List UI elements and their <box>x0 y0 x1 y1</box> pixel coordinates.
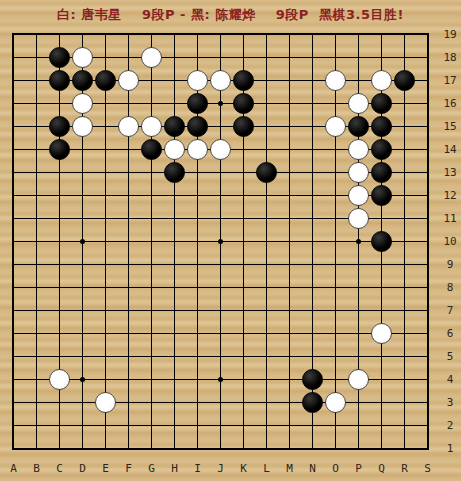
intersection-D9[interactable] <box>71 253 94 276</box>
intersection-P18[interactable] <box>347 46 370 69</box>
intersection-S4[interactable] <box>416 368 439 391</box>
intersection-D16[interactable] <box>71 92 94 115</box>
intersection-A8[interactable] <box>2 276 25 299</box>
intersection-E13[interactable] <box>94 161 117 184</box>
intersection-N10[interactable] <box>301 230 324 253</box>
intersection-B3[interactable] <box>25 391 48 414</box>
intersection-E4[interactable] <box>94 368 117 391</box>
intersection-P9[interactable] <box>347 253 370 276</box>
intersection-G5[interactable] <box>140 345 163 368</box>
intersection-Q14[interactable] <box>370 138 393 161</box>
intersection-L12[interactable] <box>255 184 278 207</box>
intersection-P12[interactable] <box>347 184 370 207</box>
intersection-H6[interactable] <box>163 322 186 345</box>
intersection-N1[interactable] <box>301 437 324 460</box>
intersection-D13[interactable] <box>71 161 94 184</box>
intersection-K17[interactable] <box>232 69 255 92</box>
intersection-R13[interactable] <box>393 161 416 184</box>
intersection-P4[interactable] <box>347 368 370 391</box>
intersection-B10[interactable] <box>25 230 48 253</box>
intersection-G3[interactable] <box>140 391 163 414</box>
intersection-F17[interactable] <box>117 69 140 92</box>
intersection-G6[interactable] <box>140 322 163 345</box>
intersection-D1[interactable] <box>71 437 94 460</box>
intersection-C4[interactable] <box>48 368 71 391</box>
intersection-R14[interactable] <box>393 138 416 161</box>
intersection-K6[interactable] <box>232 322 255 345</box>
intersection-S6[interactable] <box>416 322 439 345</box>
intersection-H16[interactable] <box>163 92 186 115</box>
intersection-R3[interactable] <box>393 391 416 414</box>
intersection-I12[interactable] <box>186 184 209 207</box>
intersection-G13[interactable] <box>140 161 163 184</box>
intersection-Q19[interactable] <box>370 23 393 46</box>
intersection-I18[interactable] <box>186 46 209 69</box>
intersection-I10[interactable] <box>186 230 209 253</box>
intersection-P1[interactable] <box>347 437 370 460</box>
intersection-H9[interactable] <box>163 253 186 276</box>
intersection-K3[interactable] <box>232 391 255 414</box>
intersection-L3[interactable] <box>255 391 278 414</box>
intersection-E8[interactable] <box>94 276 117 299</box>
intersection-Q18[interactable] <box>370 46 393 69</box>
intersection-Q15[interactable] <box>370 115 393 138</box>
intersection-S14[interactable] <box>416 138 439 161</box>
intersection-P5[interactable] <box>347 345 370 368</box>
intersection-S15[interactable] <box>416 115 439 138</box>
intersection-J14[interactable] <box>209 138 232 161</box>
intersection-A6[interactable] <box>2 322 25 345</box>
intersection-P13[interactable] <box>347 161 370 184</box>
intersection-I9[interactable] <box>186 253 209 276</box>
intersection-F15[interactable] <box>117 115 140 138</box>
intersection-O3[interactable] <box>324 391 347 414</box>
intersection-H11[interactable] <box>163 207 186 230</box>
intersection-N9[interactable] <box>301 253 324 276</box>
intersection-J1[interactable] <box>209 437 232 460</box>
intersection-S5[interactable] <box>416 345 439 368</box>
intersection-H3[interactable] <box>163 391 186 414</box>
intersection-O17[interactable] <box>324 69 347 92</box>
intersection-Q1[interactable] <box>370 437 393 460</box>
intersection-S19[interactable] <box>416 23 439 46</box>
intersection-M18[interactable] <box>278 46 301 69</box>
intersection-B17[interactable] <box>25 69 48 92</box>
intersection-J6[interactable] <box>209 322 232 345</box>
intersection-F7[interactable] <box>117 299 140 322</box>
intersection-E11[interactable] <box>94 207 117 230</box>
intersection-L4[interactable] <box>255 368 278 391</box>
intersection-R1[interactable] <box>393 437 416 460</box>
intersection-B6[interactable] <box>25 322 48 345</box>
intersection-D15[interactable] <box>71 115 94 138</box>
intersection-B18[interactable] <box>25 46 48 69</box>
intersection-K11[interactable] <box>232 207 255 230</box>
intersection-E6[interactable] <box>94 322 117 345</box>
intersection-F9[interactable] <box>117 253 140 276</box>
intersection-F5[interactable] <box>117 345 140 368</box>
intersection-S2[interactable] <box>416 414 439 437</box>
intersection-C11[interactable] <box>48 207 71 230</box>
intersection-A18[interactable] <box>2 46 25 69</box>
intersection-S8[interactable] <box>416 276 439 299</box>
intersection-K14[interactable] <box>232 138 255 161</box>
intersection-L17[interactable] <box>255 69 278 92</box>
intersection-D12[interactable] <box>71 184 94 207</box>
intersection-D19[interactable] <box>71 23 94 46</box>
intersection-K2[interactable] <box>232 414 255 437</box>
intersection-M19[interactable] <box>278 23 301 46</box>
intersection-C19[interactable] <box>48 23 71 46</box>
intersection-B16[interactable] <box>25 92 48 115</box>
intersection-Q10[interactable] <box>370 230 393 253</box>
intersection-J7[interactable] <box>209 299 232 322</box>
intersection-F11[interactable] <box>117 207 140 230</box>
intersection-G10[interactable] <box>140 230 163 253</box>
intersection-N7[interactable] <box>301 299 324 322</box>
intersection-L18[interactable] <box>255 46 278 69</box>
intersection-F8[interactable] <box>117 276 140 299</box>
intersection-L9[interactable] <box>255 253 278 276</box>
intersection-I14[interactable] <box>186 138 209 161</box>
intersection-H18[interactable] <box>163 46 186 69</box>
intersection-D17[interactable] <box>71 69 94 92</box>
intersection-J13[interactable] <box>209 161 232 184</box>
intersection-M8[interactable] <box>278 276 301 299</box>
intersection-F19[interactable] <box>117 23 140 46</box>
intersection-S11[interactable] <box>416 207 439 230</box>
intersection-O12[interactable] <box>324 184 347 207</box>
intersection-J2[interactable] <box>209 414 232 437</box>
intersection-B5[interactable] <box>25 345 48 368</box>
intersection-J12[interactable] <box>209 184 232 207</box>
intersection-E1[interactable] <box>94 437 117 460</box>
intersection-L8[interactable] <box>255 276 278 299</box>
intersection-I17[interactable] <box>186 69 209 92</box>
intersection-G8[interactable] <box>140 276 163 299</box>
intersection-C15[interactable] <box>48 115 71 138</box>
intersection-G9[interactable] <box>140 253 163 276</box>
intersection-A14[interactable] <box>2 138 25 161</box>
intersection-A15[interactable] <box>2 115 25 138</box>
intersection-L16[interactable] <box>255 92 278 115</box>
intersection-A2[interactable] <box>2 414 25 437</box>
intersection-H10[interactable] <box>163 230 186 253</box>
intersection-E19[interactable] <box>94 23 117 46</box>
intersection-S7[interactable] <box>416 299 439 322</box>
intersection-Q9[interactable] <box>370 253 393 276</box>
intersection-L14[interactable] <box>255 138 278 161</box>
intersection-N6[interactable] <box>301 322 324 345</box>
intersection-M14[interactable] <box>278 138 301 161</box>
intersection-K5[interactable] <box>232 345 255 368</box>
intersection-K19[interactable] <box>232 23 255 46</box>
intersection-H4[interactable] <box>163 368 186 391</box>
intersection-K1[interactable] <box>232 437 255 460</box>
intersection-N8[interactable] <box>301 276 324 299</box>
intersection-B9[interactable] <box>25 253 48 276</box>
intersection-O16[interactable] <box>324 92 347 115</box>
intersection-N2[interactable] <box>301 414 324 437</box>
intersection-D18[interactable] <box>71 46 94 69</box>
intersection-D7[interactable] <box>71 299 94 322</box>
intersection-C3[interactable] <box>48 391 71 414</box>
intersection-R16[interactable] <box>393 92 416 115</box>
intersection-O9[interactable] <box>324 253 347 276</box>
intersection-M16[interactable] <box>278 92 301 115</box>
intersection-F13[interactable] <box>117 161 140 184</box>
intersection-G15[interactable] <box>140 115 163 138</box>
intersection-E12[interactable] <box>94 184 117 207</box>
intersection-D14[interactable] <box>71 138 94 161</box>
intersection-S18[interactable] <box>416 46 439 69</box>
intersection-L1[interactable] <box>255 437 278 460</box>
intersection-A17[interactable] <box>2 69 25 92</box>
intersection-R10[interactable] <box>393 230 416 253</box>
intersection-N13[interactable] <box>301 161 324 184</box>
intersection-O11[interactable] <box>324 207 347 230</box>
intersection-N17[interactable] <box>301 69 324 92</box>
intersection-S9[interactable] <box>416 253 439 276</box>
intersection-G11[interactable] <box>140 207 163 230</box>
intersection-K16[interactable] <box>232 92 255 115</box>
intersection-E5[interactable] <box>94 345 117 368</box>
intersection-R12[interactable] <box>393 184 416 207</box>
intersection-F12[interactable] <box>117 184 140 207</box>
intersection-P11[interactable] <box>347 207 370 230</box>
intersection-L13[interactable] <box>255 161 278 184</box>
intersection-H19[interactable] <box>163 23 186 46</box>
intersection-B4[interactable] <box>25 368 48 391</box>
intersection-N16[interactable] <box>301 92 324 115</box>
intersection-B14[interactable] <box>25 138 48 161</box>
intersection-P14[interactable] <box>347 138 370 161</box>
intersection-S16[interactable] <box>416 92 439 115</box>
intersection-O1[interactable] <box>324 437 347 460</box>
intersection-L5[interactable] <box>255 345 278 368</box>
intersection-O2[interactable] <box>324 414 347 437</box>
intersection-B12[interactable] <box>25 184 48 207</box>
intersection-R8[interactable] <box>393 276 416 299</box>
intersection-F2[interactable] <box>117 414 140 437</box>
intersection-R19[interactable] <box>393 23 416 46</box>
intersection-P15[interactable] <box>347 115 370 138</box>
intersection-O19[interactable] <box>324 23 347 46</box>
intersection-H15[interactable] <box>163 115 186 138</box>
intersection-I19[interactable] <box>186 23 209 46</box>
intersection-H14[interactable] <box>163 138 186 161</box>
intersection-G12[interactable] <box>140 184 163 207</box>
intersection-L7[interactable] <box>255 299 278 322</box>
intersection-B8[interactable] <box>25 276 48 299</box>
intersection-N11[interactable] <box>301 207 324 230</box>
intersection-E3[interactable] <box>94 391 117 414</box>
intersection-I15[interactable] <box>186 115 209 138</box>
intersection-F10[interactable] <box>117 230 140 253</box>
intersection-Q12[interactable] <box>370 184 393 207</box>
intersection-F6[interactable] <box>117 322 140 345</box>
intersection-O15[interactable] <box>324 115 347 138</box>
intersection-M1[interactable] <box>278 437 301 460</box>
intersection-F1[interactable] <box>117 437 140 460</box>
intersection-H2[interactable] <box>163 414 186 437</box>
intersection-A7[interactable] <box>2 299 25 322</box>
intersection-C13[interactable] <box>48 161 71 184</box>
intersection-I2[interactable] <box>186 414 209 437</box>
intersection-C18[interactable] <box>48 46 71 69</box>
intersection-A10[interactable] <box>2 230 25 253</box>
intersection-I4[interactable] <box>186 368 209 391</box>
intersection-H17[interactable] <box>163 69 186 92</box>
intersection-R9[interactable] <box>393 253 416 276</box>
intersection-I1[interactable] <box>186 437 209 460</box>
intersection-N4[interactable] <box>301 368 324 391</box>
intersection-Q2[interactable] <box>370 414 393 437</box>
intersection-N14[interactable] <box>301 138 324 161</box>
intersection-O13[interactable] <box>324 161 347 184</box>
intersection-K13[interactable] <box>232 161 255 184</box>
intersection-E15[interactable] <box>94 115 117 138</box>
intersection-L2[interactable] <box>255 414 278 437</box>
intersection-L15[interactable] <box>255 115 278 138</box>
intersection-B1[interactable] <box>25 437 48 460</box>
intersection-B19[interactable] <box>25 23 48 46</box>
intersection-O5[interactable] <box>324 345 347 368</box>
intersection-I8[interactable] <box>186 276 209 299</box>
intersection-J18[interactable] <box>209 46 232 69</box>
intersection-K12[interactable] <box>232 184 255 207</box>
intersection-M2[interactable] <box>278 414 301 437</box>
intersection-H7[interactable] <box>163 299 186 322</box>
intersection-O4[interactable] <box>324 368 347 391</box>
intersection-R15[interactable] <box>393 115 416 138</box>
intersection-N12[interactable] <box>301 184 324 207</box>
intersection-L11[interactable] <box>255 207 278 230</box>
intersection-Q7[interactable] <box>370 299 393 322</box>
intersection-Q3[interactable] <box>370 391 393 414</box>
intersection-S10[interactable] <box>416 230 439 253</box>
intersection-M13[interactable] <box>278 161 301 184</box>
intersection-H1[interactable] <box>163 437 186 460</box>
intersection-M5[interactable] <box>278 345 301 368</box>
intersection-Q16[interactable] <box>370 92 393 115</box>
intersection-Q13[interactable] <box>370 161 393 184</box>
intersection-Q6[interactable] <box>370 322 393 345</box>
intersection-G16[interactable] <box>140 92 163 115</box>
intersection-J15[interactable] <box>209 115 232 138</box>
intersection-M10[interactable] <box>278 230 301 253</box>
intersection-A9[interactable] <box>2 253 25 276</box>
intersection-G17[interactable] <box>140 69 163 92</box>
intersection-J8[interactable] <box>209 276 232 299</box>
intersection-O10[interactable] <box>324 230 347 253</box>
intersection-L19[interactable] <box>255 23 278 46</box>
intersection-B13[interactable] <box>25 161 48 184</box>
intersection-I5[interactable] <box>186 345 209 368</box>
intersection-R17[interactable] <box>393 69 416 92</box>
intersection-F18[interactable] <box>117 46 140 69</box>
intersection-A3[interactable] <box>2 391 25 414</box>
intersection-K8[interactable] <box>232 276 255 299</box>
intersection-F3[interactable] <box>117 391 140 414</box>
intersection-K15[interactable] <box>232 115 255 138</box>
intersection-R4[interactable] <box>393 368 416 391</box>
intersection-F16[interactable] <box>117 92 140 115</box>
intersection-N18[interactable] <box>301 46 324 69</box>
intersection-E14[interactable] <box>94 138 117 161</box>
intersection-E17[interactable] <box>94 69 117 92</box>
intersection-R6[interactable] <box>393 322 416 345</box>
intersection-J11[interactable] <box>209 207 232 230</box>
intersection-K4[interactable] <box>232 368 255 391</box>
intersection-J3[interactable] <box>209 391 232 414</box>
intersection-N3[interactable] <box>301 391 324 414</box>
intersection-H5[interactable] <box>163 345 186 368</box>
intersection-I13[interactable] <box>186 161 209 184</box>
intersection-K10[interactable] <box>232 230 255 253</box>
intersection-I7[interactable] <box>186 299 209 322</box>
intersection-C9[interactable] <box>48 253 71 276</box>
intersection-O18[interactable] <box>324 46 347 69</box>
intersection-J5[interactable] <box>209 345 232 368</box>
intersection-Q8[interactable] <box>370 276 393 299</box>
intersection-I11[interactable] <box>186 207 209 230</box>
intersection-C5[interactable] <box>48 345 71 368</box>
intersection-P17[interactable] <box>347 69 370 92</box>
intersection-M15[interactable] <box>278 115 301 138</box>
intersection-M7[interactable] <box>278 299 301 322</box>
intersection-Q4[interactable] <box>370 368 393 391</box>
intersection-O6[interactable] <box>324 322 347 345</box>
intersection-K9[interactable] <box>232 253 255 276</box>
intersection-N15[interactable] <box>301 115 324 138</box>
intersection-C10[interactable] <box>48 230 71 253</box>
intersection-G4[interactable] <box>140 368 163 391</box>
intersection-E10[interactable] <box>94 230 117 253</box>
intersection-A19[interactable] <box>2 23 25 46</box>
intersection-M3[interactable] <box>278 391 301 414</box>
intersection-M6[interactable] <box>278 322 301 345</box>
intersection-C8[interactable] <box>48 276 71 299</box>
intersection-O14[interactable] <box>324 138 347 161</box>
intersection-D2[interactable] <box>71 414 94 437</box>
intersection-R2[interactable] <box>393 414 416 437</box>
intersection-E16[interactable] <box>94 92 117 115</box>
intersection-D5[interactable] <box>71 345 94 368</box>
intersection-Q5[interactable] <box>370 345 393 368</box>
intersection-R18[interactable] <box>393 46 416 69</box>
intersection-G7[interactable] <box>140 299 163 322</box>
intersection-B7[interactable] <box>25 299 48 322</box>
intersection-C16[interactable] <box>48 92 71 115</box>
intersection-N19[interactable] <box>301 23 324 46</box>
intersection-C12[interactable] <box>48 184 71 207</box>
intersection-M12[interactable] <box>278 184 301 207</box>
intersection-F4[interactable] <box>117 368 140 391</box>
intersection-O7[interactable] <box>324 299 347 322</box>
intersection-B2[interactable] <box>25 414 48 437</box>
intersection-A12[interactable] <box>2 184 25 207</box>
intersection-E18[interactable] <box>94 46 117 69</box>
intersection-P6[interactable] <box>347 322 370 345</box>
intersection-S12[interactable] <box>416 184 439 207</box>
intersection-D8[interactable] <box>71 276 94 299</box>
intersection-S1[interactable] <box>416 437 439 460</box>
intersection-M17[interactable] <box>278 69 301 92</box>
intersection-Q11[interactable] <box>370 207 393 230</box>
intersection-P16[interactable] <box>347 92 370 115</box>
intersection-I16[interactable] <box>186 92 209 115</box>
